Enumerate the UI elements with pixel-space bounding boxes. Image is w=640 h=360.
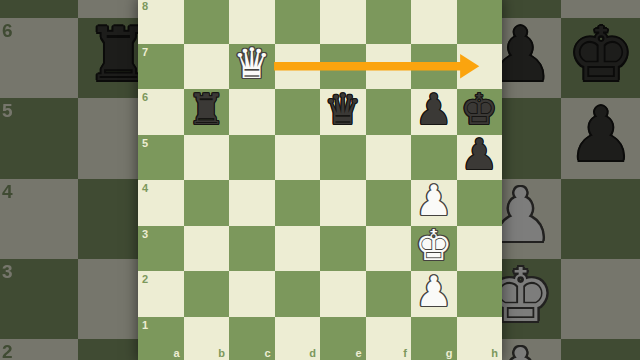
square-f5[interactable] bbox=[366, 135, 412, 181]
square-e5[interactable] bbox=[320, 135, 366, 181]
square-c4[interactable] bbox=[229, 180, 275, 226]
square-d4[interactable] bbox=[275, 180, 321, 226]
bg-rank-label-4: 4 bbox=[2, 182, 13, 201]
square-a3[interactable]: 3 bbox=[138, 226, 184, 272]
square-f4[interactable] bbox=[366, 180, 412, 226]
rank-label-4: 4 bbox=[142, 183, 148, 194]
black-rook[interactable]: ♜ bbox=[187, 89, 225, 131]
square-a5[interactable]: 5 bbox=[138, 135, 184, 181]
rank-label-8: 8 bbox=[142, 1, 148, 12]
file-label-d: d bbox=[309, 348, 316, 359]
square-b2[interactable] bbox=[184, 271, 230, 317]
square-e4[interactable] bbox=[320, 180, 366, 226]
square-a7[interactable]: 7 bbox=[138, 44, 184, 90]
square-h8[interactable] bbox=[457, 0, 503, 44]
square-g8[interactable] bbox=[411, 0, 457, 44]
square-c5[interactable] bbox=[229, 135, 275, 181]
bg-rank-label-3: 3 bbox=[2, 262, 13, 281]
square-h5[interactable]: ♟ bbox=[457, 135, 503, 181]
rank-label-5: 5 bbox=[142, 138, 148, 149]
square-h4[interactable] bbox=[457, 180, 503, 226]
white-king[interactable]: ♚ bbox=[415, 225, 453, 267]
rank-label-2: 2 bbox=[142, 274, 148, 285]
square-d5[interactable] bbox=[275, 135, 321, 181]
square-a8[interactable]: 8 bbox=[138, 0, 184, 44]
square-c1[interactable]: c bbox=[229, 317, 275, 360]
file-label-f: f bbox=[403, 348, 407, 359]
square-f7[interactable] bbox=[366, 44, 412, 90]
square-g7[interactable] bbox=[411, 44, 457, 90]
square-c7[interactable]: ♛ bbox=[229, 44, 275, 90]
square-a2[interactable]: 2 bbox=[138, 271, 184, 317]
square-c3[interactable] bbox=[229, 226, 275, 272]
black-pawn[interactable]: ♟ bbox=[415, 89, 453, 131]
square-a4[interactable]: 4 bbox=[138, 180, 184, 226]
square-b1[interactable]: b bbox=[184, 317, 230, 360]
square-f1[interactable]: f bbox=[366, 317, 412, 360]
square-e7[interactable] bbox=[320, 44, 366, 90]
square-g4[interactable]: ♟ bbox=[411, 180, 457, 226]
file-label-h: h bbox=[491, 348, 498, 359]
black-queen[interactable]: ♛ bbox=[324, 89, 362, 131]
file-label-e: e bbox=[355, 348, 361, 359]
bg-square-a3: 3 bbox=[0, 259, 78, 339]
video-frame: 87♛6♜♛♟♚5♟4♟3♚2♟1abcdefgh 87♛6♜♛♟♚5♟4♟3♚… bbox=[0, 0, 640, 360]
file-label-c: c bbox=[264, 348, 270, 359]
white-pawn[interactable]: ♟ bbox=[415, 271, 453, 313]
bg-square-h6: ♚ bbox=[561, 18, 640, 98]
square-h6[interactable]: ♚ bbox=[457, 89, 503, 135]
bg-square-h3 bbox=[561, 259, 640, 339]
bg-rank-label-5: 5 bbox=[2, 101, 13, 120]
square-e3[interactable] bbox=[320, 226, 366, 272]
file-label-g: g bbox=[446, 348, 453, 359]
square-d8[interactable] bbox=[275, 0, 321, 44]
bg-square-a2: 2 bbox=[0, 339, 78, 360]
square-h2[interactable] bbox=[457, 271, 503, 317]
square-g6[interactable]: ♟ bbox=[411, 89, 457, 135]
rank-label-1: 1 bbox=[142, 320, 148, 331]
file-label-a: a bbox=[173, 348, 179, 359]
bg-black-king: ♚ bbox=[568, 17, 634, 91]
square-b7[interactable] bbox=[184, 44, 230, 90]
black-king[interactable]: ♚ bbox=[460, 89, 498, 131]
square-b6[interactable]: ♜ bbox=[184, 89, 230, 135]
chess-board: 87♛6♜♛♟♚5♟4♟3♚2♟1abcdefgh bbox=[138, 0, 502, 360]
square-e6[interactable]: ♛ bbox=[320, 89, 366, 135]
square-g2[interactable]: ♟ bbox=[411, 271, 457, 317]
white-pawn[interactable]: ♟ bbox=[415, 180, 453, 222]
square-d1[interactable]: d bbox=[275, 317, 321, 360]
square-c8[interactable] bbox=[229, 0, 275, 44]
square-d6[interactable] bbox=[275, 89, 321, 135]
square-e8[interactable] bbox=[320, 0, 366, 44]
square-c2[interactable] bbox=[229, 271, 275, 317]
square-f3[interactable] bbox=[366, 226, 412, 272]
bg-square-h2 bbox=[561, 339, 640, 360]
rank-label-3: 3 bbox=[142, 229, 148, 240]
white-queen[interactable]: ♛ bbox=[233, 43, 271, 85]
square-b3[interactable] bbox=[184, 226, 230, 272]
square-a1[interactable]: 1a bbox=[138, 317, 184, 360]
square-b5[interactable] bbox=[184, 135, 230, 181]
bg-square-a6: 6 bbox=[0, 18, 78, 98]
black-pawn[interactable]: ♟ bbox=[460, 134, 498, 176]
square-g1[interactable]: g bbox=[411, 317, 457, 360]
square-g5[interactable] bbox=[411, 135, 457, 181]
bg-black-pawn: ♟ bbox=[568, 97, 634, 171]
square-h1[interactable]: h bbox=[457, 317, 503, 360]
file-label-b: b bbox=[218, 348, 225, 359]
square-h3[interactable] bbox=[457, 226, 503, 272]
bg-square-h5: ♟ bbox=[561, 98, 640, 178]
square-d2[interactable] bbox=[275, 271, 321, 317]
square-f2[interactable] bbox=[366, 271, 412, 317]
square-e1[interactable]: e bbox=[320, 317, 366, 360]
square-f6[interactable] bbox=[366, 89, 412, 135]
rank-label-7: 7 bbox=[142, 47, 148, 58]
rank-label-6: 6 bbox=[142, 92, 148, 103]
square-c6[interactable] bbox=[229, 89, 275, 135]
square-d3[interactable] bbox=[275, 226, 321, 272]
square-f8[interactable] bbox=[366, 0, 412, 44]
bg-square-h4 bbox=[561, 179, 640, 259]
bg-square-a5: 5 bbox=[0, 98, 78, 178]
square-b8[interactable] bbox=[184, 0, 230, 44]
square-b4[interactable] bbox=[184, 180, 230, 226]
bg-rank-label-6: 6 bbox=[2, 21, 13, 40]
square-a6[interactable]: 6 bbox=[138, 89, 184, 135]
bg-rank-label-2: 2 bbox=[2, 342, 13, 360]
bg-square-a4: 4 bbox=[0, 179, 78, 259]
square-g3[interactable]: ♚ bbox=[411, 226, 457, 272]
square-e2[interactable] bbox=[320, 271, 366, 317]
square-h7[interactable] bbox=[457, 44, 503, 90]
square-d7[interactable] bbox=[275, 44, 321, 90]
bg-square-a7: 7 bbox=[0, 0, 78, 18]
